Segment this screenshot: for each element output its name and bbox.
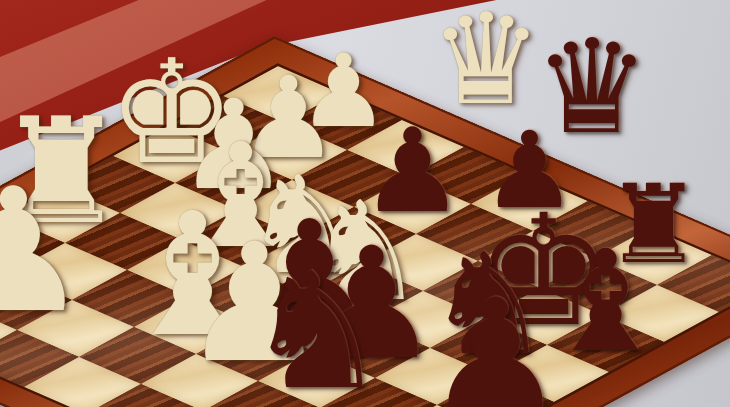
pieces-layer: ♟♟♜♟♟♚♟♚♝♝♞♞♞♜♟♟♟♝♟♞♟ xyxy=(0,0,730,407)
piece-red-knight-f3[interactable]: ♞ xyxy=(244,251,388,407)
piece-white-pawn-b2[interactable]: ♟ xyxy=(0,165,90,336)
piece-red-pawn-h4[interactable]: ♟ xyxy=(425,278,566,407)
chess-set-photo: ♛♛ ♟♟♜♟♟♚♟♚♝♝♞♞♞♜♟♟♟♝♟♞♟ xyxy=(0,0,730,407)
